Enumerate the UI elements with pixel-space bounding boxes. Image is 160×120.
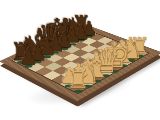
felt-base	[61, 47, 68, 50]
piece-white-pawn-a2: ♟	[59, 66, 78, 88]
piece-black-knight-g8: ♞	[63, 14, 85, 39]
pawn-glyph: ♟	[59, 66, 78, 88]
felt-base	[62, 41, 69, 43]
piece-white-bishop-f1: ♝	[110, 39, 136, 68]
felt-base	[34, 60, 42, 63]
piece-white-pawn-h2: ♟	[122, 34, 139, 53]
piece-white-rook-a1: ♜	[67, 67, 90, 93]
piece-white-pawn-c2: ♟	[79, 56, 98, 77]
piece-black-pawn-g7: ♟	[72, 22, 89, 41]
piece-white-rook-h1: ♜	[129, 35, 149, 58]
felt-base	[84, 74, 92, 77]
felt-base	[65, 85, 74, 88]
chess-set-photo: ♜♞♝♛♚♝♞♜♟♟♟♟♟♟♟♟♟♟♟♟♟♟♟♟♜♞♝♛♚♝♞♜	[0, 0, 160, 120]
piece-white-pawn-g2: ♟	[114, 39, 131, 58]
piece-white-queen-d1: ♛	[91, 44, 121, 77]
piece-black-rook-h8: ♜	[72, 13, 92, 35]
rook-glyph: ♜	[72, 13, 92, 35]
felt-base	[102, 64, 110, 67]
piece-white-pawn-b2: ♟	[69, 61, 88, 82]
king-glyph: ♚	[99, 38, 130, 72]
piece-black-queen-d8: ♛	[34, 20, 62, 52]
felt-base	[74, 89, 83, 92]
piece-black-pawn-e7: ♟	[56, 30, 74, 50]
felt-base	[83, 84, 92, 87]
pieces-layer: ♜♞♝♛♚♝♞♜♟♟♟♟♟♟♟♟♟♟♟♟♟♟♟♟♜♞♝♛♚♝♞♜	[0, 0, 160, 120]
pawn-glyph: ♟	[105, 43, 123, 63]
felt-base	[111, 70, 119, 73]
piece-white-knight-g1: ♞	[120, 37, 143, 63]
bishop-glyph: ♝	[53, 16, 78, 44]
piece-black-pawn-b7: ♟	[28, 42, 47, 63]
piece-white-bishop-c1: ♝	[83, 52, 110, 82]
piece-black-pawn-f7: ♟	[64, 26, 82, 46]
felt-base	[127, 51, 135, 54]
piece-white-king-e1: ♚	[99, 38, 130, 72]
felt-base	[36, 53, 43, 56]
pawn-glyph: ♟	[28, 42, 47, 63]
knight-glyph: ♞	[19, 33, 43, 60]
pawn-glyph: ♟	[47, 34, 65, 54]
bishop-glyph: ♝	[83, 52, 110, 82]
felt-base	[110, 60, 118, 63]
pawn-glyph: ♟	[69, 61, 88, 82]
rook-glyph: ♜	[129, 35, 149, 58]
pawn-glyph: ♟	[122, 34, 139, 53]
felt-base	[52, 51, 59, 54]
felt-base	[128, 59, 136, 62]
felt-base	[78, 32, 85, 34]
felt-base	[119, 64, 127, 67]
felt-base	[102, 74, 110, 77]
piece-white-pawn-d2: ♟	[88, 52, 106, 73]
pawn-glyph: ♟	[56, 30, 74, 50]
bishop-glyph: ♝	[27, 27, 53, 56]
piece-white-pawn-e2: ♟	[97, 47, 115, 67]
pawn-glyph: ♟	[88, 52, 106, 73]
pawn-glyph: ♟	[97, 47, 115, 67]
felt-base	[27, 57, 35, 60]
bishop-glyph: ♝	[110, 39, 136, 68]
king-glyph: ♚	[42, 15, 72, 48]
piece-white-pawn-f2: ♟	[105, 43, 123, 63]
pawn-glyph: ♟	[114, 39, 131, 58]
piece-white-knight-b1: ♞	[75, 59, 100, 87]
rook-glyph: ♜	[10, 40, 32, 64]
rook-glyph: ♜	[67, 67, 90, 93]
felt-base	[93, 69, 101, 72]
piece-black-knight-b8: ♞	[19, 33, 43, 60]
felt-base	[136, 55, 144, 58]
felt-base	[93, 79, 102, 82]
knight-glyph: ♞	[120, 37, 143, 63]
queen-glyph: ♛	[91, 44, 121, 77]
piece-black-pawn-a7: ♟	[19, 46, 38, 68]
pawn-glyph: ♟	[38, 38, 57, 59]
pawn-glyph: ♟	[79, 56, 98, 77]
felt-base	[70, 37, 77, 39]
piece-black-rook-a8: ♜	[10, 40, 32, 64]
felt-base	[119, 55, 127, 58]
pawn-glyph: ♟	[19, 46, 38, 68]
piece-black-pawn-d7: ♟	[47, 34, 65, 54]
felt-base	[45, 49, 52, 52]
piece-black-bishop-c8: ♝	[27, 27, 53, 56]
pawn-glyph: ♟	[81, 18, 98, 37]
queen-glyph: ♛	[34, 20, 62, 52]
piece-black-pawn-c7: ♟	[38, 38, 57, 59]
felt-base	[25, 65, 33, 68]
felt-base	[86, 35, 93, 37]
felt-base	[74, 79, 83, 82]
felt-base	[17, 61, 25, 64]
felt-base	[43, 56, 51, 59]
felt-base	[78, 39, 85, 42]
pawn-glyph: ♟	[72, 22, 89, 41]
piece-black-pawn-h7: ♟	[81, 18, 98, 37]
felt-base	[53, 45, 60, 48]
piece-black-bishop-f8: ♝	[53, 16, 78, 44]
knight-glyph: ♞	[75, 59, 100, 87]
felt-base	[69, 43, 76, 46]
piece-black-king-e8: ♚	[42, 15, 72, 48]
pawn-glyph: ♟	[64, 26, 82, 46]
knight-glyph: ♞	[63, 14, 85, 39]
